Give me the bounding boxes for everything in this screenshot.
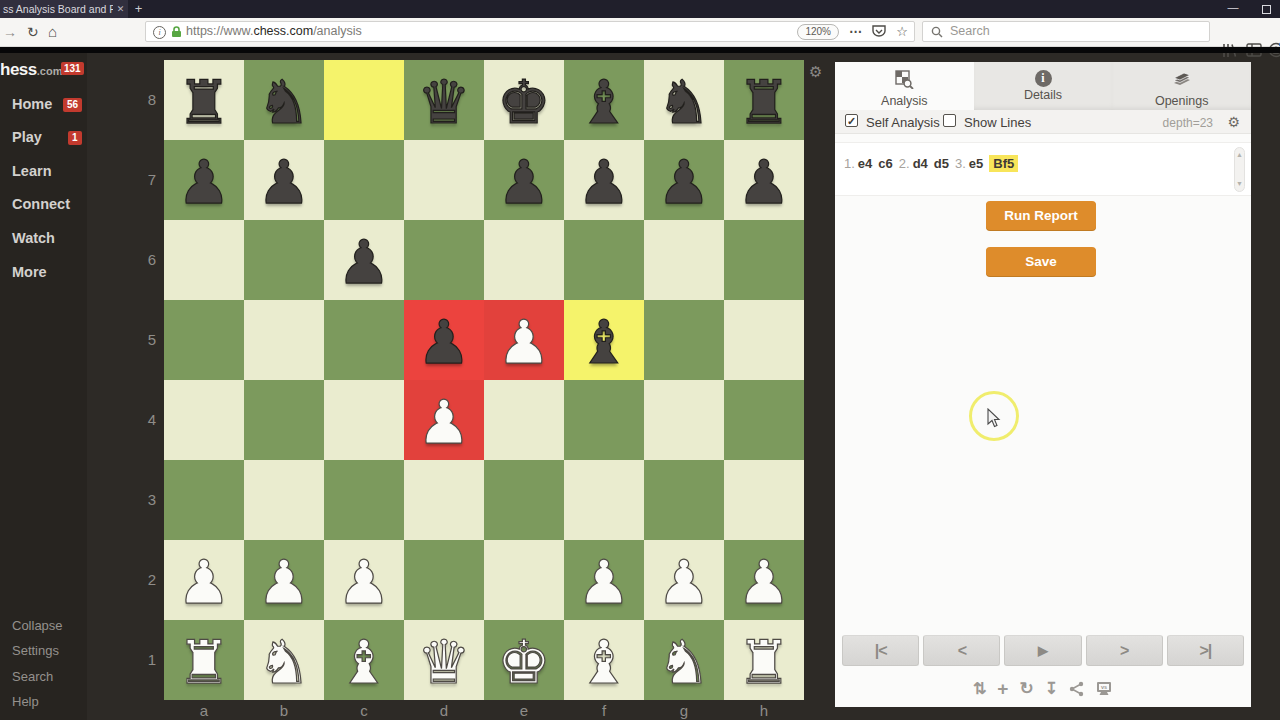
piece-white-pawn[interactable]: ♟ [164, 540, 244, 620]
square-c6[interactable]: ♟ [324, 220, 404, 300]
square-h4[interactable] [724, 380, 804, 460]
tab-openings-label: Openings [1112, 94, 1251, 108]
reset-icon[interactable]: ↻ [1019, 679, 1033, 699]
square-e8[interactable]: ♚ [484, 60, 564, 140]
square-f1[interactable]: ♝ [564, 620, 644, 700]
home-badge: 56 [63, 98, 82, 112]
piece-white-pawn[interactable]: ♟ [244, 540, 324, 620]
square-g8[interactable]: ♞ [644, 60, 724, 140]
refresh-icon[interactable]: ↻ [27, 18, 39, 46]
analysis-controls: ✓ Self Analysis Show Lines depth=23 ⚙ [835, 110, 1251, 134]
info-icon: i [1035, 70, 1052, 87]
tab-title: ss Analysis Board and PGN [3, 3, 128, 15]
search-placeholder: Search [950, 22, 990, 41]
new-tab-button[interactable]: + [130, 0, 147, 18]
piece-white-pawn[interactable]: ♟ [484, 300, 564, 380]
sidebar-footer-help[interactable]: Help [12, 695, 39, 709]
sidebar-item-play[interactable]: Play [12, 130, 42, 145]
square-a3[interactable] [164, 460, 244, 540]
search-icon [931, 26, 943, 38]
piece-black-knight[interactable]: ♞ [644, 60, 724, 140]
run-report-button[interactable]: Run Report [986, 201, 1096, 230]
browser-titlebar: ss Analysis Board and PGN ✕ + — [0, 0, 1280, 18]
square-e5[interactable]: ♟ [484, 300, 564, 380]
engine-depth: depth=23 [1163, 116, 1213, 130]
mouse-cursor [986, 408, 1001, 429]
rank-label-3: 3 [136, 492, 156, 508]
square-h7[interactable]: ♟ [724, 140, 804, 220]
square-e4[interactable] [484, 380, 564, 460]
tab-analysis-label: Analysis [835, 94, 974, 108]
save-button[interactable]: Save [986, 247, 1096, 276]
square-c3[interactable] [324, 460, 404, 540]
show-lines-checkbox[interactable] [943, 114, 956, 127]
square-c1[interactable]: ♝ [324, 620, 404, 700]
square-h1[interactable]: ♜ [724, 620, 804, 700]
openings-book-icon [1171, 70, 1193, 89]
flip-board-icon[interactable]: ⇅ [973, 679, 986, 699]
page-actions-icon[interactable]: ⋯ [849, 22, 862, 41]
square-g2[interactable]: ♟ [644, 540, 724, 620]
file-label-e: e [484, 703, 564, 719]
tab-openings[interactable]: Openings [1112, 62, 1251, 110]
move-c6[interactable]: c6 [878, 156, 892, 171]
square-f8[interactable]: ♝ [564, 60, 644, 140]
bookmark-star-icon[interactable]: ☆ [896, 22, 908, 41]
site-sidebar: hess.com 131 Home56Play1LearnConnectWatc… [0, 53, 87, 720]
sidebar-footer-settings[interactable]: Settings [12, 644, 59, 658]
piece-white-pawn[interactable]: ♟ [724, 540, 804, 620]
move-d5[interactable]: d5 [934, 156, 949, 171]
square-a2[interactable]: ♟ [164, 540, 244, 620]
chesscom-logo[interactable]: hess.com [0, 60, 62, 80]
square-g6[interactable] [644, 220, 724, 300]
move-number: 2. [899, 156, 910, 171]
piece-white-pawn[interactable]: ♟ [564, 540, 644, 620]
square-g5[interactable] [644, 300, 724, 380]
forward-icon[interactable]: → [3, 18, 17, 46]
rank-label-5: 5 [136, 332, 156, 348]
rank-label-4: 4 [136, 412, 156, 428]
file-label-g: g [644, 703, 724, 719]
square-b8[interactable]: ♞ [244, 60, 324, 140]
scroll-down-icon[interactable]: ▼ [1235, 180, 1244, 188]
file-label-b: b [244, 703, 324, 719]
square-h5[interactable] [724, 300, 804, 380]
piece-white-rook[interactable]: ♜ [164, 620, 244, 700]
rank-label-1: 1 [136, 652, 156, 668]
add-icon[interactable]: + [997, 679, 1008, 699]
square-d6[interactable] [404, 220, 484, 300]
sidebar-footer-collapse[interactable]: Collapse [12, 619, 63, 633]
rank-label-2: 2 [136, 572, 156, 588]
square-e3[interactable] [484, 460, 564, 540]
piece-black-pawn[interactable]: ♟ [644, 140, 724, 220]
tab-close-icon[interactable]: ✕ [113, 0, 128, 18]
square-c7[interactable] [324, 140, 404, 220]
piece-black-knight[interactable]: ♞ [244, 60, 324, 140]
piece-black-pawn[interactable]: ♟ [724, 140, 804, 220]
square-e7[interactable]: ♟ [484, 140, 564, 220]
square-a1[interactable]: ♜ [164, 620, 244, 700]
move-list-scrollbar[interactable]: ▲ ▼ [1234, 147, 1245, 192]
search-bar[interactable]: Search [922, 21, 1210, 42]
board-settings-gear-icon[interactable]: ⚙ [809, 63, 822, 81]
site-info-icon[interactable]: i [153, 26, 166, 39]
analysis-panel: Analysis i Details Openings ✓ Self Analy… [835, 62, 1251, 707]
tab-analysis[interactable]: Analysis [835, 62, 974, 110]
file-label-a: a [164, 703, 244, 719]
square-f4[interactable] [564, 380, 644, 460]
move-number: 3. [955, 156, 966, 171]
window-maximize-button[interactable] [1262, 5, 1271, 14]
piece-black-pawn[interactable]: ♟ [324, 220, 404, 300]
piece-black-king[interactable]: ♚ [484, 60, 564, 140]
piece-black-bishop[interactable]: ♝ [564, 60, 644, 140]
rank-label-6: 6 [136, 252, 156, 268]
piece-black-pawn[interactable]: ♟ [484, 140, 564, 220]
move-Bf5-current[interactable]: Bf5 [989, 155, 1018, 172]
square-e1[interactable]: ♚ [484, 620, 564, 700]
piece-black-pawn[interactable]: ♟ [164, 140, 244, 220]
play-vs-computer-icon[interactable]: vs [1095, 681, 1113, 697]
square-c5[interactable] [324, 300, 404, 380]
square-e2[interactable] [484, 540, 564, 620]
square-a4[interactable] [164, 380, 244, 460]
chess-board[interactable]: ♜♞♛♚♝♞♜♟♟♟♟♟♟♟♟♟♝♟♟♟♟♟♟♟♜♞♝♛♚♝♞♜ [164, 60, 804, 700]
file-label-c: c [324, 703, 404, 719]
square-b5[interactable] [244, 300, 324, 380]
square-a7[interactable]: ♟ [164, 140, 244, 220]
square-b2[interactable]: ♟ [244, 540, 324, 620]
piece-white-pawn[interactable]: ♟ [644, 540, 724, 620]
move-e5[interactable]: e5 [969, 156, 983, 171]
file-label-d: d [404, 703, 484, 719]
sidebar-footer-search[interactable]: Search [12, 670, 53, 684]
svg-text:vs: vs [1101, 684, 1107, 690]
show-lines-label[interactable]: Show Lines [964, 115, 1031, 130]
square-h2[interactable]: ♟ [724, 540, 804, 620]
browser-tab[interactable]: ss Analysis Board and PGN [0, 0, 128, 18]
sidebar-item-watch[interactable]: Watch [12, 231, 55, 246]
square-g1[interactable]: ♞ [644, 620, 724, 700]
nav-last-button[interactable]: >| [1167, 635, 1244, 666]
square-b3[interactable] [244, 460, 324, 540]
square-f2[interactable]: ♟ [564, 540, 644, 620]
square-f5[interactable]: ♝ [564, 300, 644, 380]
engine-settings-gear-icon[interactable]: ⚙ [1227, 114, 1240, 130]
square-b7[interactable]: ♟ [244, 140, 324, 220]
square-e6[interactable] [484, 220, 564, 300]
url-text: https://www.chess.com/analysis [186, 22, 362, 41]
url-bar[interactable]: i https://www.chess.com/analysis 120% ⋯ … [145, 21, 915, 42]
square-c2[interactable]: ♟ [324, 540, 404, 620]
browser-toolbar: → ↻ ⌂ i https://www.chess.com/analysis 1… [0, 18, 1280, 47]
sidebar-item-learn[interactable]: Learn [12, 164, 52, 179]
square-b1[interactable]: ♞ [244, 620, 324, 700]
play-badge: 1 [68, 131, 82, 145]
square-c4[interactable] [324, 380, 404, 460]
nav-first-button[interactable]: |< [842, 635, 919, 666]
chrome-content-divider [0, 47, 1280, 53]
download-icon[interactable]: ↧ [1045, 679, 1058, 699]
scroll-up-icon[interactable]: ▲ [1235, 151, 1244, 159]
lock-icon [171, 26, 182, 38]
square-d7[interactable] [404, 140, 484, 220]
move-e4[interactable]: e4 [858, 156, 872, 171]
piece-white-king[interactable]: ♚ [484, 620, 564, 700]
square-a8[interactable]: ♜ [164, 60, 244, 140]
move-list[interactable]: 1.e4c62.d4d53.e5Bf5 ▲ ▼ [835, 142, 1251, 196]
square-g7[interactable]: ♟ [644, 140, 724, 220]
analysis-board-icon [894, 70, 914, 89]
piece-black-queen[interactable]: ♛ [404, 60, 484, 140]
move-d4[interactable]: d4 [913, 156, 928, 171]
piece-black-pawn[interactable]: ♟ [404, 300, 484, 380]
piece-white-rook[interactable]: ♜ [724, 620, 804, 700]
square-b6[interactable] [244, 220, 324, 300]
rank-label-7: 7 [136, 172, 156, 188]
sidebar-item-home[interactable]: Home [12, 97, 52, 112]
piece-white-bishop[interactable]: ♝ [324, 620, 404, 700]
tab-details-label: Details [974, 88, 1113, 102]
square-f6[interactable] [564, 220, 644, 300]
square-d5[interactable]: ♟ [404, 300, 484, 380]
sidebar-item-connect[interactable]: Connect [12, 197, 70, 212]
self-analysis-checkbox[interactable]: ✓ [845, 114, 858, 127]
square-c8[interactable] [324, 60, 404, 140]
piece-white-knight[interactable]: ♞ [644, 620, 724, 700]
square-f3[interactable] [564, 460, 644, 540]
square-h6[interactable] [724, 220, 804, 300]
square-d2[interactable] [404, 540, 484, 620]
piece-black-pawn[interactable]: ♟ [564, 140, 644, 220]
share-icon[interactable] [1069, 681, 1084, 697]
piece-white-knight[interactable]: ♞ [244, 620, 324, 700]
square-d1[interactable]: ♛ [404, 620, 484, 700]
square-a5[interactable] [164, 300, 244, 380]
piece-white-pawn[interactable]: ♟ [404, 380, 484, 460]
pocket-icon[interactable] [872, 25, 886, 38]
panel-tabs: Analysis i Details Openings [835, 62, 1251, 110]
home-icon[interactable]: ⌂ [48, 18, 57, 46]
file-label-f: f [564, 703, 644, 719]
square-g3[interactable] [644, 460, 724, 540]
self-analysis-label[interactable]: Self Analysis [866, 115, 940, 130]
square-b4[interactable] [244, 380, 324, 460]
nav-play-button[interactable]: ▶ [1004, 635, 1081, 666]
nav-next-button[interactable]: > [1086, 635, 1163, 666]
square-d4[interactable]: ♟ [404, 380, 484, 460]
square-d8[interactable]: ♛ [404, 60, 484, 140]
board-tools: ⇅ + ↻ ↧ vs [835, 678, 1251, 700]
piece-white-pawn[interactable]: ♟ [324, 540, 404, 620]
nav-prev-button[interactable]: < [923, 635, 1000, 666]
piece-white-bishop[interactable]: ♝ [564, 620, 644, 700]
square-h8[interactable]: ♜ [724, 60, 804, 140]
piece-black-rook[interactable]: ♜ [164, 60, 244, 140]
square-f7[interactable]: ♟ [564, 140, 644, 220]
piece-black-bishop[interactable]: ♝ [564, 300, 644, 380]
square-h3[interactable] [724, 460, 804, 540]
file-label-h: h [724, 703, 804, 719]
square-d3[interactable] [404, 460, 484, 540]
rank-label-8: 8 [136, 92, 156, 108]
window-minimize-button[interactable]: — [1222, 0, 1244, 16]
square-a6[interactable] [164, 220, 244, 300]
piece-black-pawn[interactable]: ♟ [244, 140, 324, 220]
square-g4[interactable] [644, 380, 724, 460]
app-window: ss Analysis Board and PGN ✕ + — → ↻ ⌂ i … [0, 0, 1280, 720]
tab-details[interactable]: i Details [974, 62, 1113, 110]
zoom-level-indicator[interactable]: 120% [797, 24, 839, 40]
piece-white-queen[interactable]: ♛ [404, 620, 484, 700]
move-number: 1. [844, 156, 855, 171]
sidebar-item-more[interactable]: More [12, 265, 47, 280]
notifications-badge[interactable]: 131 [61, 62, 84, 75]
piece-black-rook[interactable]: ♜ [724, 60, 804, 140]
move-navigation: |<<▶>>| [842, 635, 1244, 666]
